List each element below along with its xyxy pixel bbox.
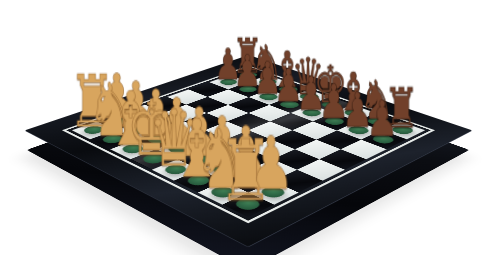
square-e7: ♟	[269, 97, 311, 113]
felt-base	[299, 108, 325, 118]
square-g7: ♟	[229, 82, 269, 97]
felt-base	[236, 85, 261, 94]
piece-shadow	[211, 77, 246, 90]
felt-base	[297, 92, 322, 102]
scene: ♜♞♝♛♚♝♞♜♟♟♟♟♟♟♟♟♟♟♟♟♟♟♟♟♜♞♝♚♛♝♞♜	[0, 0, 500, 255]
piece-shadow	[231, 84, 267, 97]
square-h8: ♜	[229, 68, 267, 82]
felt-base	[236, 71, 260, 79]
square-f7: ♟	[249, 89, 290, 104]
square-d7: ♟	[291, 105, 333, 122]
piece-shadow	[251, 77, 286, 90]
piece-shadow	[271, 84, 307, 97]
square-e8: ♛	[289, 89, 330, 104]
piece-shadow	[291, 91, 328, 105]
chess-set-photo: ♜♞♝♛♚♝♞♜♟♟♟♟♟♟♟♟♟♟♟♟♟♟♟♟♜♞♝♚♛♝♞♜	[0, 0, 500, 255]
felt-base	[217, 77, 241, 86]
square-f8: ♝	[269, 82, 309, 97]
piece-shadow	[231, 70, 266, 82]
piece-shadow	[293, 107, 331, 122]
chessboard: ♜♞♝♛♚♝♞♜♟♟♟♟♟♟♟♟♟♟♟♟♟♟♟♟♜♞♝♚♛♝♞♜	[24, 55, 472, 248]
square-a1: ♜	[222, 192, 274, 217]
felt-base	[318, 100, 344, 110]
felt-base	[256, 92, 281, 102]
felt-base	[256, 77, 280, 86]
square-g8: ♞	[249, 75, 288, 89]
felt-base	[276, 85, 301, 94]
piece-shadow	[271, 99, 309, 113]
felt-base	[277, 100, 303, 110]
piece-shadow	[251, 91, 288, 105]
square-h7: ♟	[209, 75, 248, 89]
